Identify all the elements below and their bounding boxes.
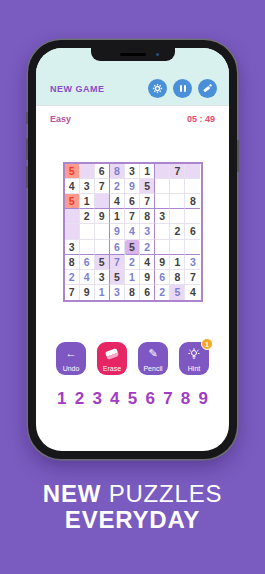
hint-button[interactable]: 1 Hint xyxy=(179,342,209,375)
cell-r6c5[interactable]: 5 xyxy=(125,240,140,255)
undo-label: Undo xyxy=(63,365,80,372)
numpad-8[interactable]: 8 xyxy=(181,389,190,409)
cell-r6c6[interactable]: 2 xyxy=(140,240,155,255)
cell-r7c2[interactable]: 6 xyxy=(80,255,95,270)
pencil-button[interactable]: ✎ Pencil xyxy=(138,342,168,375)
cell-r9c4[interactable]: 3 xyxy=(110,285,125,300)
notch xyxy=(91,48,175,61)
cell-r6c1[interactable]: 3 xyxy=(65,240,80,255)
cell-r1c6[interactable]: 1 xyxy=(140,164,155,179)
cell-r9c1[interactable]: 7 xyxy=(65,285,80,300)
hint-label: Hint xyxy=(188,365,200,372)
cell-r9c8[interactable]: 5 xyxy=(170,285,185,300)
cell-r2c8[interactable] xyxy=(170,179,185,194)
difficulty-label: Easy xyxy=(50,114,71,124)
cell-r1c9[interactable] xyxy=(185,164,200,179)
cell-r8c5[interactable]: 1 xyxy=(125,270,140,285)
cell-r5c5[interactable]: 4 xyxy=(125,224,140,239)
store-caption: NEW PUZZLES EVERYDAY xyxy=(0,481,265,533)
cell-r4c4[interactable]: 1 xyxy=(110,209,125,224)
cell-r6c3[interactable] xyxy=(95,240,110,255)
paintbrush-icon xyxy=(202,83,213,94)
speaker-slot xyxy=(120,53,146,56)
lightbulb-icon xyxy=(188,342,200,365)
cell-r4c9[interactable] xyxy=(185,209,200,224)
numpad-3[interactable]: 3 xyxy=(92,389,101,409)
cell-r4c8[interactable] xyxy=(170,209,185,224)
cell-r5c7[interactable] xyxy=(155,224,170,239)
cell-r3c5[interactable]: 6 xyxy=(125,194,140,209)
cell-r5c9[interactable]: 6 xyxy=(185,224,200,239)
cell-r6c2[interactable] xyxy=(80,240,95,255)
numpad-6[interactable]: 6 xyxy=(145,389,154,409)
phone-frame: NEW GAME xyxy=(28,40,237,459)
cell-r1c8[interactable]: 7 xyxy=(170,164,185,179)
caption-line1: NEW PUZZLES xyxy=(0,481,265,507)
cell-r2c3[interactable]: 7 xyxy=(95,179,110,194)
cell-r8c2[interactable]: 4 xyxy=(80,270,95,285)
mute-switch xyxy=(26,112,28,124)
cell-r9c3[interactable]: 1 xyxy=(95,285,110,300)
theme-button[interactable] xyxy=(198,79,217,98)
app-screen: NEW GAME xyxy=(36,48,229,451)
page-title: NEW GAME xyxy=(50,84,105,94)
cell-r8c6[interactable]: 9 xyxy=(140,270,155,285)
cell-r2c5[interactable]: 9 xyxy=(125,179,140,194)
power-button xyxy=(237,140,239,172)
cell-r4c5[interactable]: 7 xyxy=(125,209,140,224)
erase-button[interactable]: Erase xyxy=(97,342,127,375)
pencil-icon: ✎ xyxy=(148,342,157,365)
cell-r3c1[interactable]: 5 xyxy=(65,194,80,209)
cell-r7c1[interactable]: 8 xyxy=(65,255,80,270)
cell-r2c6[interactable]: 5 xyxy=(140,179,155,194)
toolbar: ← Undo Erase ✎ Pencil 1 xyxy=(36,342,229,375)
settings-button[interactable] xyxy=(148,79,167,98)
cell-r5c4[interactable]: 9 xyxy=(110,224,125,239)
pause-icon xyxy=(180,85,186,92)
numpad-1[interactable]: 1 xyxy=(57,389,66,409)
undo-button[interactable]: ← Undo xyxy=(56,342,86,375)
cell-r9c7[interactable]: 2 xyxy=(155,285,170,300)
cell-r2c1[interactable]: 4 xyxy=(65,179,80,194)
camera-dot xyxy=(156,53,159,56)
cell-r8c3[interactable]: 3 xyxy=(95,270,110,285)
cell-r5c2[interactable] xyxy=(80,224,95,239)
cell-r9c2[interactable]: 9 xyxy=(80,285,95,300)
cell-r7c8[interactable]: 1 xyxy=(170,255,185,270)
cell-r5c6[interactable]: 3 xyxy=(140,224,155,239)
cell-r2c4[interactable]: 2 xyxy=(110,179,125,194)
undo-arrow-icon: ← xyxy=(66,342,77,365)
cell-r6c8[interactable] xyxy=(170,240,185,255)
cell-r9c9[interactable]: 4 xyxy=(185,285,200,300)
hint-count-badge: 1 xyxy=(201,338,213,350)
cell-r7c7[interactable]: 9 xyxy=(155,255,170,270)
numpad-7[interactable]: 7 xyxy=(163,389,172,409)
cell-r1c2[interactable] xyxy=(80,164,95,179)
cell-r5c1[interactable] xyxy=(65,224,80,239)
cell-r7c9[interactable]: 3 xyxy=(185,255,200,270)
pause-button[interactable] xyxy=(173,79,192,98)
cell-r8c7[interactable]: 6 xyxy=(155,270,170,285)
cell-r3c3[interactable] xyxy=(95,194,110,209)
cell-r3c4[interactable]: 4 xyxy=(110,194,125,209)
cell-r3c6[interactable]: 7 xyxy=(140,194,155,209)
cell-r6c9[interactable] xyxy=(185,240,200,255)
caption-line2: EVERYDAY xyxy=(0,507,265,533)
cell-r7c5[interactable]: 2 xyxy=(125,255,140,270)
cell-r1c1[interactable]: 5 xyxy=(65,164,80,179)
cell-r5c3[interactable] xyxy=(95,224,110,239)
numpad-4[interactable]: 4 xyxy=(110,389,119,409)
gear-icon xyxy=(152,83,163,94)
cell-r8c1[interactable]: 2 xyxy=(65,270,80,285)
cell-r1c4[interactable]: 8 xyxy=(110,164,125,179)
eraser-icon xyxy=(106,342,118,365)
game-info-bar: Easy 05 : 49 xyxy=(36,106,229,132)
cell-r3c8[interactable] xyxy=(170,194,185,209)
cell-r2c7[interactable] xyxy=(155,179,170,194)
cell-r8c9[interactable]: 7 xyxy=(185,270,200,285)
cell-r3c7[interactable] xyxy=(155,194,170,209)
cell-r9c6[interactable]: 6 xyxy=(140,285,155,300)
cell-r2c9[interactable] xyxy=(185,179,200,194)
cell-r9c5[interactable]: 8 xyxy=(125,285,140,300)
cell-r5c8[interactable]: 2 xyxy=(170,224,185,239)
cell-r4c1[interactable] xyxy=(65,209,80,224)
numpad-5[interactable]: 5 xyxy=(128,389,137,409)
pencil-label: Pencil xyxy=(143,365,162,372)
cell-r7c4[interactable]: 7 xyxy=(110,255,125,270)
timer: 05 : 49 xyxy=(187,114,215,124)
cell-r7c3[interactable]: 5 xyxy=(95,255,110,270)
volume-down-button xyxy=(26,166,28,188)
cell-r6c7[interactable] xyxy=(155,240,170,255)
cell-r1c7[interactable] xyxy=(155,164,170,179)
sudoku-grid: 5683174372955146782917839432636528657249… xyxy=(63,162,203,302)
cell-r8c8[interactable]: 8 xyxy=(170,270,185,285)
cell-r2c2[interactable]: 3 xyxy=(80,179,95,194)
cell-r4c3[interactable]: 9 xyxy=(95,209,110,224)
cell-r1c3[interactable]: 6 xyxy=(95,164,110,179)
numpad-9[interactable]: 9 xyxy=(199,389,208,409)
cell-r8c4[interactable]: 5 xyxy=(110,270,125,285)
number-pad: 123456789 xyxy=(36,389,229,409)
erase-label: Erase xyxy=(103,365,121,372)
cell-r3c2[interactable]: 1 xyxy=(80,194,95,209)
cell-r4c2[interactable]: 2 xyxy=(80,209,95,224)
cell-r4c7[interactable]: 3 xyxy=(155,209,170,224)
numpad-2[interactable]: 2 xyxy=(75,389,84,409)
cell-r6c4[interactable]: 6 xyxy=(110,240,125,255)
cell-r4c6[interactable]: 8 xyxy=(140,209,155,224)
cell-r3c9[interactable]: 8 xyxy=(185,194,200,209)
volume-up-button xyxy=(26,138,28,160)
cell-r1c5[interactable]: 3 xyxy=(125,164,140,179)
cell-r7c6[interactable]: 4 xyxy=(140,255,155,270)
